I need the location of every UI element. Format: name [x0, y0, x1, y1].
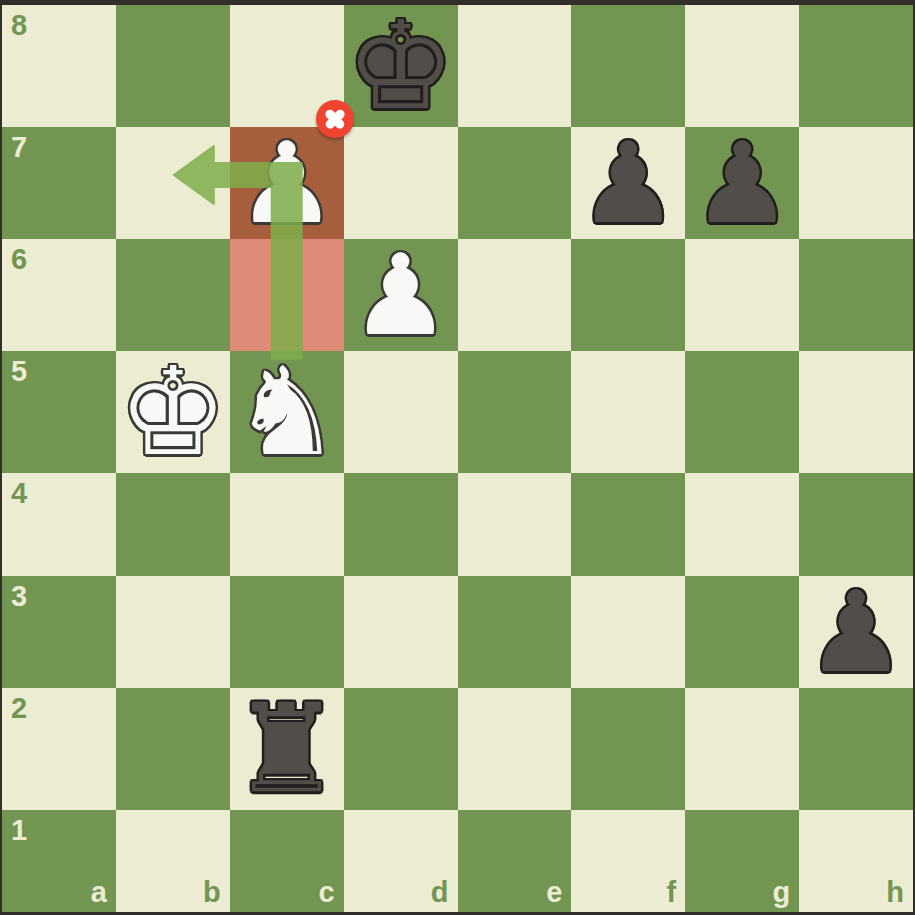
square-a2[interactable]: 2: [2, 688, 116, 810]
square-e2[interactable]: [458, 688, 572, 810]
square-a4[interactable]: 4: [2, 473, 116, 576]
square-e3[interactable]: [458, 576, 572, 688]
piece-black-rook-c2[interactable]: ♜: [232, 688, 341, 810]
file-label-f: f: [667, 876, 677, 909]
square-h4[interactable]: [799, 473, 913, 576]
file-label-g: g: [772, 876, 790, 909]
square-a5[interactable]: 5: [2, 351, 116, 473]
square-c1[interactable]: c: [230, 810, 344, 913]
square-d7[interactable]: [344, 127, 458, 239]
square-a7[interactable]: 7: [2, 127, 116, 239]
rank-label-8: 8: [11, 9, 27, 42]
square-h5[interactable]: [799, 351, 913, 473]
square-d2[interactable]: [344, 688, 458, 810]
rank-label-3: 3: [11, 580, 27, 613]
square-d5[interactable]: [344, 351, 458, 473]
file-label-h: h: [886, 876, 904, 909]
square-g2[interactable]: [685, 688, 799, 810]
square-d4[interactable]: [344, 473, 458, 576]
square-e6[interactable]: [458, 239, 572, 351]
square-e7[interactable]: [458, 127, 572, 239]
square-g8[interactable]: [685, 5, 799, 127]
square-c4[interactable]: [230, 473, 344, 576]
square-b5[interactable]: ♚: [116, 351, 230, 473]
square-b4[interactable]: [116, 473, 230, 576]
square-f2[interactable]: [571, 688, 685, 810]
square-g4[interactable]: [685, 473, 799, 576]
square-e4[interactable]: [458, 473, 572, 576]
file-label-a: a: [91, 876, 107, 909]
piece-black-pawn-h3[interactable]: ♟: [806, 576, 906, 688]
square-g5[interactable]: [685, 351, 799, 473]
square-b3[interactable]: [116, 576, 230, 688]
square-f7[interactable]: ♟: [571, 127, 685, 239]
square-f8[interactable]: [571, 5, 685, 127]
square-b2[interactable]: [116, 688, 230, 810]
square-b7[interactable]: [116, 127, 230, 239]
rank-label-7: 7: [11, 131, 27, 164]
square-f3[interactable]: [571, 576, 685, 688]
rank-label-2: 2: [11, 692, 27, 725]
square-d6[interactable]: ♟: [344, 239, 458, 351]
square-g7[interactable]: ♟: [685, 127, 799, 239]
rank-label-1: 1: [11, 814, 27, 847]
piece-black-king-d8[interactable]: ♚: [346, 5, 455, 127]
square-a1[interactable]: 1a: [2, 810, 116, 913]
rank-label-5: 5: [11, 355, 27, 388]
square-c2[interactable]: ♜: [230, 688, 344, 810]
square-c6[interactable]: [230, 239, 344, 351]
square-e1[interactable]: e: [458, 810, 572, 913]
rank-label-6: 6: [11, 243, 27, 276]
piece-white-knight-c5[interactable]: ♞: [232, 351, 341, 473]
piece-white-king-b5[interactable]: ♚: [118, 351, 227, 473]
square-f5[interactable]: [571, 351, 685, 473]
file-label-e: e: [546, 876, 562, 909]
file-label-b: b: [203, 876, 221, 909]
piece-black-pawn-f7[interactable]: ♟: [578, 127, 678, 239]
square-h7[interactable]: [799, 127, 913, 239]
square-b8[interactable]: [116, 5, 230, 127]
square-f6[interactable]: [571, 239, 685, 351]
square-h3[interactable]: ♟: [799, 576, 913, 688]
square-g1[interactable]: g: [685, 810, 799, 913]
chess-app-window: 8♚7♟♟♟6♟5♚♞43♟2♜1abcdefgh: [0, 0, 915, 915]
piece-white-pawn-d6[interactable]: ♟: [350, 239, 450, 351]
square-h1[interactable]: h: [799, 810, 913, 913]
square-g6[interactable]: [685, 239, 799, 351]
square-b6[interactable]: [116, 239, 230, 351]
square-b1[interactable]: b: [116, 810, 230, 913]
rank-label-4: 4: [11, 477, 27, 510]
square-a3[interactable]: 3: [2, 576, 116, 688]
chess-board[interactable]: 8♚7♟♟♟6♟5♚♞43♟2♜1abcdefgh: [2, 5, 913, 912]
square-d8[interactable]: ♚: [344, 5, 458, 127]
square-a8[interactable]: 8: [2, 5, 116, 127]
piece-white-pawn-c7[interactable]: ♟: [236, 127, 336, 239]
square-h6[interactable]: [799, 239, 913, 351]
square-h2[interactable]: [799, 688, 913, 810]
square-g3[interactable]: [685, 576, 799, 688]
square-c3[interactable]: [230, 576, 344, 688]
wrong-move-badge: [316, 100, 354, 138]
square-f4[interactable]: [571, 473, 685, 576]
square-f1[interactable]: f: [571, 810, 685, 913]
file-label-d: d: [431, 876, 449, 909]
file-label-c: c: [318, 876, 334, 909]
square-d3[interactable]: [344, 576, 458, 688]
square-a6[interactable]: 6: [2, 239, 116, 351]
square-e8[interactable]: [458, 5, 572, 127]
square-c5[interactable]: ♞: [230, 351, 344, 473]
piece-black-pawn-g7[interactable]: ♟: [692, 127, 792, 239]
square-d1[interactable]: d: [344, 810, 458, 913]
square-e5[interactable]: [458, 351, 572, 473]
square-h8[interactable]: [799, 5, 913, 127]
square-c7[interactable]: ♟: [230, 127, 344, 239]
